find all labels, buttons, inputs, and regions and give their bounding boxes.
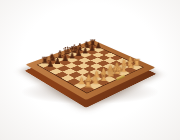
square-d6 bbox=[71, 60, 84, 66]
piece-black-queen: ♛ bbox=[62, 46, 71, 57]
piece-white-rook: ♜ bbox=[132, 58, 141, 68]
square-h3 bbox=[116, 58, 129, 64]
chess-set-photo: ♜♞♝♛♚♝♞♜♟♟♟♟♟♟♟♟♟♟♟♟♟♟♟♟♜♞♝♛♚♝♞♜ bbox=[0, 0, 180, 140]
board-frame: ♜♞♝♛♚♝♞♜♟♟♟♟♟♟♟♟♟♟♟♟♟♟♟♟♜♞♝♛♚♝♞♜ bbox=[25, 40, 155, 100]
square-a1: ♜ bbox=[80, 85, 94, 92]
board-scene: ♜♞♝♛♚♝♞♜♟♟♟♟♟♟♟♟♟♟♟♟♟♟♟♟♜♞♝♛♚♝♞♜ bbox=[44, 20, 136, 112]
piece-black-rook: ♜ bbox=[89, 39, 97, 48]
chess-board: ♜♞♝♛♚♝♞♜♟♟♟♟♟♟♟♟♟♟♟♟♟♟♟♟♜♞♝♛♚♝♞♜ bbox=[25, 40, 155, 100]
